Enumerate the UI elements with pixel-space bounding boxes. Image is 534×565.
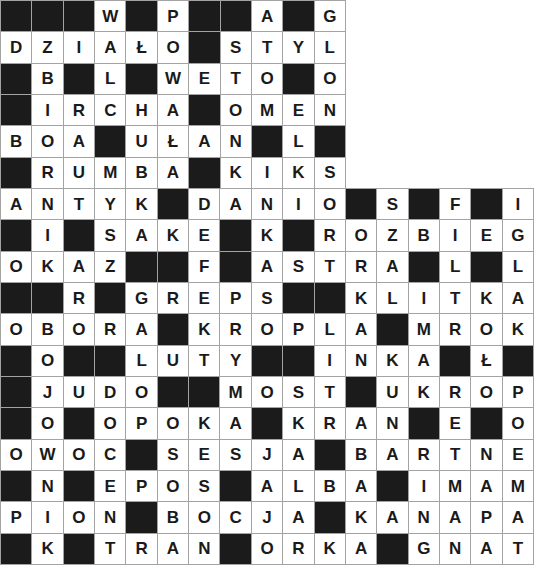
cell-r16c12[interactable]: A [346, 471, 376, 501]
cell-r11c12[interactable]: A [346, 314, 376, 344]
cell-r11c8[interactable]: R [220, 314, 250, 344]
cell-r11c6-black [158, 314, 188, 344]
cell-r10c13[interactable]: L [377, 283, 407, 313]
cell-r11c1[interactable]: O [1, 314, 31, 344]
cell-r9c1[interactable]: O [1, 252, 31, 282]
cell-r1c10-black [283, 1, 313, 31]
cell-r2c5[interactable]: Ł [126, 32, 156, 62]
cell-r9c9[interactable]: A [252, 252, 282, 282]
cell-r15c11-black [315, 440, 345, 470]
crossword-grid-bottom-section: ANTYKDANIOSFIISAKEKROZBIEGOKAZFASTRALLRG… [0, 188, 534, 565]
cell-r14c13[interactable]: N [377, 408, 407, 438]
cell-r16c5[interactable]: P [126, 471, 156, 501]
cell-r14c17[interactable]: O [503, 408, 533, 438]
cell-r15c4[interactable]: C [95, 440, 125, 470]
cell-r5c7[interactable]: A [189, 126, 219, 156]
cell-r2c6[interactable]: O [158, 32, 188, 62]
cell-r5c8[interactable]: N [221, 126, 251, 156]
cell-r18c12[interactable]: A [346, 534, 376, 564]
cell-r10c16[interactable]: K [471, 283, 501, 313]
cell-r9c4[interactable]: Z [95, 252, 125, 282]
cell-r13c11[interactable]: T [315, 377, 345, 407]
cell-r18c16[interactable]: A [471, 534, 501, 564]
cell-r4c1-black [1, 95, 31, 125]
cell-r16c3-black [64, 471, 94, 501]
cell-r12c1-black [1, 346, 31, 376]
cell-r8c14[interactable]: B [409, 220, 439, 250]
cell-r13c10[interactable]: S [283, 377, 313, 407]
cell-r6c9[interactable]: I [252, 158, 282, 188]
cell-r14c8[interactable]: A [220, 408, 250, 438]
cell-r15c15[interactable]: T [440, 440, 470, 470]
cell-r17c5-black [126, 502, 156, 532]
cell-r17c2[interactable]: I [32, 502, 62, 532]
cell-r5c5[interactable]: U [126, 126, 156, 156]
cell-r18c8-black [220, 534, 250, 564]
cell-r4c11[interactable]: N [315, 95, 345, 125]
cell-r2c8[interactable]: S [221, 32, 251, 62]
cell-r1c9[interactable]: A [252, 1, 282, 31]
cell-r11c15[interactable]: R [440, 314, 470, 344]
cell-r6c2[interactable]: R [32, 158, 62, 188]
cell-r4c8[interactable]: O [221, 95, 251, 125]
cell-r7c9[interactable]: N [252, 189, 282, 219]
cell-r18c6[interactable]: A [158, 534, 188, 564]
cell-r11c7[interactable]: K [189, 314, 219, 344]
cell-r17c14[interactable]: N [409, 502, 439, 532]
cell-r8c5[interactable]: A [126, 220, 156, 250]
cell-r5c6[interactable]: Ł [158, 126, 188, 156]
cell-r16c10[interactable]: L [283, 471, 313, 501]
cell-r11c11[interactable]: L [315, 314, 345, 344]
cell-r10c12[interactable]: K [346, 283, 376, 313]
cell-r13c4[interactable]: D [95, 377, 125, 407]
crossword-grid-top-section: WPAGDZIAŁOSTYLBLWETOOIRCHAOMENBOAUŁANLRU… [0, 0, 346, 189]
cell-r16c1-black [1, 471, 31, 501]
cell-r18c14[interactable]: G [409, 534, 439, 564]
cell-r1c3-black [64, 1, 94, 31]
cell-r11c3[interactable]: O [64, 314, 94, 344]
cell-r11c5[interactable]: A [126, 314, 156, 344]
cell-r9c2[interactable]: K [32, 252, 62, 282]
cell-r1c5-black [126, 1, 156, 31]
cell-r3c5-black [126, 64, 156, 94]
cell-r14c15[interactable]: E [440, 408, 470, 438]
cell-r12c11[interactable]: I [315, 346, 345, 376]
cell-r4c4[interactable]: C [95, 95, 125, 125]
cell-r10c7[interactable]: E [189, 283, 219, 313]
cell-r12c3-black [64, 346, 94, 376]
cell-r8c11[interactable]: R [315, 220, 345, 250]
cell-r8c3-black [64, 220, 94, 250]
cell-r1c7-black [189, 1, 219, 31]
cell-r6c1-black [1, 158, 31, 188]
cell-r17c1[interactable]: P [1, 502, 31, 532]
cell-r2c9[interactable]: T [252, 32, 282, 62]
cell-r3c8[interactable]: T [221, 64, 251, 94]
cell-r3c7[interactable]: E [189, 64, 219, 94]
cell-r3c6[interactable]: W [158, 64, 188, 94]
cell-r9c7[interactable]: F [189, 252, 219, 282]
cell-r8c15[interactable]: I [440, 220, 470, 250]
cell-r10c14[interactable]: I [409, 283, 439, 313]
cell-r18c9[interactable]: O [252, 534, 282, 564]
cell-r11c4[interactable]: R [95, 314, 125, 344]
cell-r1c8-black [221, 1, 251, 31]
cell-r14c9-black [252, 408, 282, 438]
cell-r7c5[interactable]: K [126, 189, 156, 219]
cell-r14c4[interactable]: O [95, 408, 125, 438]
cell-r15c1[interactable]: O [1, 440, 31, 470]
cell-r17c3[interactable]: O [64, 502, 94, 532]
cell-r10c11-black [315, 283, 345, 313]
cell-r17c9[interactable]: J [252, 502, 282, 532]
cell-r7c2[interactable]: N [32, 189, 62, 219]
cell-r5c9-black [252, 126, 282, 156]
cell-r2c10[interactable]: Y [283, 32, 313, 62]
cell-r12c15-black [440, 346, 470, 376]
cell-r15c8[interactable]: S [220, 440, 250, 470]
cell-r7c8[interactable]: A [220, 189, 250, 219]
cell-r15c7[interactable]: E [189, 440, 219, 470]
cell-r9c14-black [409, 252, 439, 282]
cell-r9c12[interactable]: R [346, 252, 376, 282]
cell-r17c7[interactable]: O [189, 502, 219, 532]
cell-r16c7[interactable]: S [189, 471, 219, 501]
cell-r7c4[interactable]: Y [95, 189, 125, 219]
cell-r12c10-black [283, 346, 313, 376]
cell-r14c1-black [1, 408, 31, 438]
cell-r6c8[interactable]: K [221, 158, 251, 188]
cell-r8c2[interactable]: I [32, 220, 62, 250]
cell-r15c9[interactable]: J [252, 440, 282, 470]
cell-r13c6-black [158, 377, 188, 407]
cell-r10c5[interactable]: G [126, 283, 156, 313]
cell-r13c12-black [346, 377, 376, 407]
cell-r11c14[interactable]: M [409, 314, 439, 344]
cell-r6c6[interactable]: A [158, 158, 188, 188]
cell-r4c5[interactable]: H [126, 95, 156, 125]
cell-r16c11[interactable]: B [315, 471, 345, 501]
cell-r9c8-black [220, 252, 250, 282]
cell-r17c13[interactable]: A [377, 502, 407, 532]
cell-r3c9[interactable]: O [252, 64, 282, 94]
cell-r16c15[interactable]: M [440, 471, 470, 501]
cell-r7c16-black [471, 189, 501, 219]
cell-r16c9[interactable]: A [252, 471, 282, 501]
cell-r7c17[interactable]: I [503, 189, 533, 219]
cell-r10c2-black [32, 283, 62, 313]
cell-r18c4[interactable]: T [95, 534, 125, 564]
cell-r14c12[interactable]: A [346, 408, 376, 438]
cell-r13c15[interactable]: R [440, 377, 470, 407]
cell-r3c2[interactable]: B [32, 64, 62, 94]
cell-r9c13[interactable]: A [377, 252, 407, 282]
cell-r13c17[interactable]: P [503, 377, 533, 407]
cell-r2c2[interactable]: Z [32, 32, 62, 62]
cell-r8c17[interactable]: G [503, 220, 533, 250]
cell-r13c13[interactable]: U [377, 377, 407, 407]
cell-r5c3[interactable]: A [64, 126, 94, 156]
cell-r18c10[interactable]: R [283, 534, 313, 564]
cell-r5c11-black [315, 126, 345, 156]
cell-r4c9[interactable]: M [252, 95, 282, 125]
cell-r1c11[interactable]: G [315, 1, 345, 31]
cell-r3c10-black [283, 64, 313, 94]
cell-r7c14-black [409, 189, 439, 219]
cell-r9c16-black [471, 252, 501, 282]
cell-r7c15[interactable]: F [440, 189, 470, 219]
cell-r16c4[interactable]: E [95, 471, 125, 501]
cell-r13c7-black [189, 377, 219, 407]
cell-r16c14[interactable]: I [409, 471, 439, 501]
cell-r10c10-black [283, 283, 313, 313]
cell-r11c10[interactable]: P [283, 314, 313, 344]
cell-r14c14-black [409, 408, 439, 438]
cell-r6c5[interactable]: B [126, 158, 156, 188]
cell-r17c16[interactable]: P [471, 502, 501, 532]
cell-r18c2[interactable]: K [32, 534, 62, 564]
cell-r18c3-black [64, 534, 94, 564]
cell-r14c10[interactable]: K [283, 408, 313, 438]
cell-r12c7[interactable]: T [189, 346, 219, 376]
cell-r11c2[interactable]: B [32, 314, 62, 344]
cell-r3c11[interactable]: O [315, 64, 345, 94]
cell-r12c16[interactable]: Ł [471, 346, 501, 376]
cell-r7c6-black [158, 189, 188, 219]
cell-r9c6-black [158, 252, 188, 282]
cell-r18c7[interactable]: N [189, 534, 219, 564]
cell-r13c9[interactable]: O [252, 377, 282, 407]
cell-r12c13[interactable]: K [377, 346, 407, 376]
cell-r15c6[interactable]: S [158, 440, 188, 470]
cell-r7c3[interactable]: T [64, 189, 94, 219]
cell-r8c1-black [1, 220, 31, 250]
cell-r13c3[interactable]: U [64, 377, 94, 407]
cell-r16c2[interactable]: N [32, 471, 62, 501]
cell-r13c1-black [1, 377, 31, 407]
cell-r4c3[interactable]: R [64, 95, 94, 125]
cell-r11c13-black [377, 314, 407, 344]
cell-r9c5-black [126, 252, 156, 282]
cell-r8c10-black [283, 220, 313, 250]
cell-r12c2[interactable]: O [32, 346, 62, 376]
cell-r15c10[interactable]: A [283, 440, 313, 470]
cell-r17c6[interactable]: B [158, 502, 188, 532]
cell-r5c10[interactable]: L [283, 126, 313, 156]
cell-r13c16[interactable]: O [471, 377, 501, 407]
cell-r14c16-black [471, 408, 501, 438]
cell-r15c14[interactable]: R [409, 440, 439, 470]
cell-r17c4[interactable]: N [95, 502, 125, 532]
cell-r5c2[interactable]: O [32, 126, 62, 156]
cell-r4c2[interactable]: I [32, 95, 62, 125]
cell-r1c4[interactable]: W [95, 1, 125, 31]
cell-r16c16[interactable]: A [471, 471, 501, 501]
cell-r3c4[interactable]: L [95, 64, 125, 94]
crossword-board: WPAGDZIAŁOSTYLBLWETOOIRCHAOMENBOAUŁANLRU… [0, 0, 534, 565]
cell-r16c8-black [220, 471, 250, 501]
cell-r14c11[interactable]: R [315, 408, 345, 438]
cell-r14c7[interactable]: K [189, 408, 219, 438]
cell-r15c12[interactable]: B [346, 440, 376, 470]
cell-r18c11[interactable]: K [315, 534, 345, 564]
cell-r17c11-black [315, 502, 345, 532]
cell-r8c12[interactable]: O [346, 220, 376, 250]
cell-r7c11[interactable]: O [315, 189, 345, 219]
cell-r15c17[interactable]: E [503, 440, 533, 470]
cell-r10c1-black [1, 283, 31, 313]
cell-r5c4-black [95, 126, 125, 156]
cell-r10c17[interactable]: A [503, 283, 533, 313]
cell-r10c3[interactable]: R [64, 283, 94, 313]
cell-r9c15[interactable]: L [440, 252, 470, 282]
cell-r2c11[interactable]: L [315, 32, 345, 62]
cell-r7c12-black [346, 189, 376, 219]
cell-r8c13[interactable]: Z [377, 220, 407, 250]
cell-r3c1-black [1, 64, 31, 94]
cell-r10c8[interactable]: P [220, 283, 250, 313]
cell-r8c9[interactable]: K [252, 220, 282, 250]
cell-r11c9[interactable]: O [252, 314, 282, 344]
cell-r2c3[interactable]: I [64, 32, 94, 62]
cell-r4c7-black [189, 95, 219, 125]
cell-r12c6[interactable]: U [158, 346, 188, 376]
cell-r14c3-black [64, 408, 94, 438]
cell-r17c10[interactable]: A [283, 502, 313, 532]
cell-r10c9[interactable]: S [252, 283, 282, 313]
cell-r7c13[interactable]: S [377, 189, 407, 219]
cell-r6c10[interactable]: K [283, 158, 313, 188]
cell-r16c13-black [377, 471, 407, 501]
cell-r1c2-black [32, 1, 62, 31]
cell-r9c3[interactable]: A [64, 252, 94, 282]
cell-r11c16[interactable]: O [471, 314, 501, 344]
cell-r17c17[interactable]: A [503, 502, 533, 532]
cell-r14c5[interactable]: P [126, 408, 156, 438]
cell-r16c6[interactable]: O [158, 471, 188, 501]
cell-r13c14[interactable]: K [409, 377, 439, 407]
cell-r17c12[interactable]: K [346, 502, 376, 532]
cell-r2c1[interactable]: D [1, 32, 31, 62]
cell-r10c15[interactable]: T [440, 283, 470, 313]
cell-r17c8[interactable]: C [220, 502, 250, 532]
cell-r1c6[interactable]: P [158, 1, 188, 31]
cell-r16c17[interactable]: M [503, 471, 533, 501]
cell-r6c7-black [189, 158, 219, 188]
cell-r13c8[interactable]: M [220, 377, 250, 407]
cell-r6c11[interactable]: S [315, 158, 345, 188]
cell-r15c13[interactable]: A [377, 440, 407, 470]
cell-r6c4[interactable]: M [95, 158, 125, 188]
cell-r12c17-black [503, 346, 533, 376]
cell-r18c15[interactable]: N [440, 534, 470, 564]
cell-r12c8[interactable]: Y [220, 346, 250, 376]
cell-r12c12[interactable]: N [346, 346, 376, 376]
cell-r10c4-black [95, 283, 125, 313]
cell-r5c1[interactable]: B [1, 126, 31, 156]
cell-r2c7-black [189, 32, 219, 62]
cell-r15c5-black [126, 440, 156, 470]
cell-r8c4[interactable]: S [95, 220, 125, 250]
cell-r2c4[interactable]: A [95, 32, 125, 62]
cell-r12c4-black [95, 346, 125, 376]
cell-r6c3[interactable]: U [64, 158, 94, 188]
cell-r15c3[interactable]: O [64, 440, 94, 470]
cell-r11c17[interactable]: K [503, 314, 533, 344]
cell-r7c1[interactable]: A [1, 189, 31, 219]
cell-r18c17[interactable]: T [503, 534, 533, 564]
cell-r14c2[interactable]: O [32, 408, 62, 438]
cell-r3c3-black [64, 64, 94, 94]
cell-r17c15[interactable]: A [440, 502, 470, 532]
cell-r7c7[interactable]: D [189, 189, 219, 219]
cell-r18c5[interactable]: R [126, 534, 156, 564]
cell-r18c13-black [377, 534, 407, 564]
cell-r8c8-black [220, 220, 250, 250]
cell-r1c1-black [1, 1, 31, 31]
cell-r7c10[interactable]: I [283, 189, 313, 219]
cell-r12c5[interactable]: L [126, 346, 156, 376]
cell-r8c7[interactable]: E [189, 220, 219, 250]
cell-r9c17[interactable]: L [503, 252, 533, 282]
cell-r15c16[interactable]: N [471, 440, 501, 470]
cell-r4c10[interactable]: E [283, 95, 313, 125]
cell-r13c2[interactable]: J [32, 377, 62, 407]
cell-r9c11[interactable]: T [315, 252, 345, 282]
cell-r14c6[interactable]: O [158, 408, 188, 438]
cell-r15c2[interactable]: W [32, 440, 62, 470]
cell-r4c6[interactable]: A [158, 95, 188, 125]
cell-r12c9-black [252, 346, 282, 376]
cell-r9c10[interactable]: S [283, 252, 313, 282]
cell-r13c5[interactable]: O [126, 377, 156, 407]
cell-r12c14[interactable]: A [409, 346, 439, 376]
cell-r18c1-black [1, 534, 31, 564]
cell-r8c6[interactable]: K [158, 220, 188, 250]
cell-r10c6[interactable]: R [158, 283, 188, 313]
cell-r8c16[interactable]: E [471, 220, 501, 250]
